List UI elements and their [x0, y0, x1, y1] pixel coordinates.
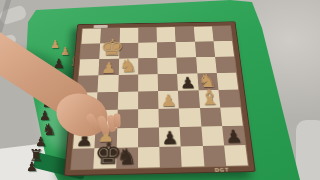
- square-f5: [177, 73, 198, 90]
- square-c4: [117, 92, 138, 110]
- square-h7: [213, 41, 234, 57]
- square-f7: [176, 42, 196, 58]
- square-g3: [200, 108, 222, 127]
- square-e7: [157, 42, 177, 58]
- video-frame: ♟♟♝ DGT ♚♟♞♟♞♟♝♟♟♟♟♚♞ ♟♟♟♟♟♞♟♜♟: [0, 0, 320, 180]
- square-h3: [220, 107, 243, 126]
- square-f2: [180, 127, 202, 147]
- square-a6: [79, 59, 100, 76]
- board-grid: [71, 26, 248, 169]
- square-c2: [116, 128, 138, 148]
- square-g6: [196, 57, 217, 74]
- square-b8: [100, 28, 119, 43]
- square-a8: [81, 28, 101, 43]
- square-h6: [215, 56, 236, 73]
- square-d5: [138, 74, 158, 91]
- square-g2: [201, 126, 224, 146]
- board-sticker: [93, 25, 107, 28]
- square-e5: [158, 74, 178, 91]
- square-c5: [118, 75, 138, 92]
- square-f4: [178, 90, 199, 108]
- square-c8: [119, 28, 138, 43]
- square-h1: [224, 145, 248, 166]
- square-h2: [222, 126, 245, 146]
- square-h8: [212, 26, 232, 41]
- square-d6: [138, 58, 158, 75]
- square-b6: [99, 59, 119, 76]
- dgt-logo-label: DGT: [215, 168, 230, 173]
- square-g1: [202, 146, 226, 167]
- square-h5: [217, 73, 239, 90]
- square-a1: [71, 148, 94, 169]
- square-f6: [177, 57, 197, 74]
- square-c6: [118, 58, 138, 75]
- square-d1: [138, 147, 160, 168]
- finger: [113, 113, 120, 127]
- square-f1: [181, 146, 204, 167]
- square-h4: [218, 90, 240, 108]
- square-b7: [99, 43, 119, 59]
- square-e3: [158, 108, 179, 127]
- square-d2: [138, 127, 160, 147]
- square-e2: [159, 127, 181, 147]
- square-d4: [138, 91, 159, 109]
- square-c1: [116, 147, 138, 168]
- square-e1: [159, 146, 182, 167]
- square-c7: [119, 43, 138, 59]
- square-b1: [94, 148, 117, 169]
- square-d8: [138, 27, 157, 42]
- square-g5: [197, 73, 218, 90]
- floor-patch: [296, 120, 320, 180]
- square-e6: [157, 58, 177, 75]
- square-e4: [158, 91, 179, 109]
- square-g8: [193, 26, 213, 41]
- square-f3: [179, 108, 201, 127]
- square-g4: [198, 90, 220, 108]
- square-b5: [98, 75, 119, 92]
- square-g7: [195, 41, 215, 57]
- square-e8: [157, 27, 176, 42]
- square-a7: [80, 43, 100, 59]
- square-d3: [138, 109, 159, 128]
- square-d7: [138, 42, 157, 58]
- square-f8: [175, 27, 195, 42]
